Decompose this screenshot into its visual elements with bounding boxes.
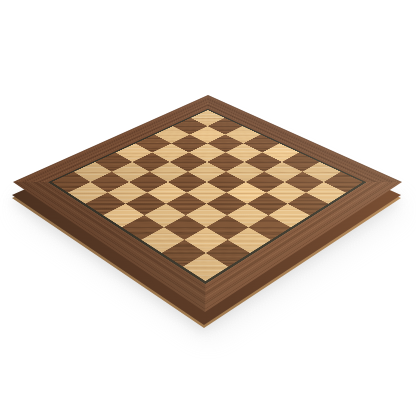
- board-top-face: [13, 95, 402, 312]
- chessboard-product-photo: [0, 0, 416, 416]
